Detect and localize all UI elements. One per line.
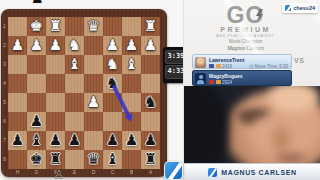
- clock-icon: ◷: [249, 63, 253, 69]
- player-rating: 2924: [222, 80, 232, 85]
- piece-white-queen: ♛: [84, 17, 103, 36]
- caption-bar: MAGNUS CARLSEN: [184, 163, 320, 180]
- world-champion-label: World Champion: [184, 39, 307, 44]
- piece-black-knight: ♞: [103, 74, 122, 93]
- square-f2[interactable]: ♟: [46, 36, 65, 55]
- vs-label: VS: [294, 57, 304, 64]
- file-label-h: H: [8, 169, 27, 177]
- webcam-eye: [242, 118, 255, 123]
- piece-white-pawn: ♟: [103, 36, 122, 55]
- ghost-pawn-icon: ♙: [53, 167, 65, 180]
- piece-black-rook: ♜: [141, 150, 160, 169]
- square-c3[interactable]: ♞: [103, 55, 122, 74]
- piece-white-bishop: ♝: [122, 55, 141, 74]
- flag-icon-uk: [209, 64, 214, 68]
- webcam-caption-name: MAGNUS CARLSEN: [221, 169, 296, 176]
- piece-black-pawn: ♟: [8, 131, 27, 150]
- square-e2[interactable]: ♞: [65, 36, 84, 55]
- avatar-lawrence-trent: [195, 57, 206, 68]
- square-a8[interactable]: ♜: [141, 150, 160, 169]
- right-panel: GO PREMIUM AND PLAY LIVE AGAINST World C…: [183, 0, 320, 180]
- stream-screen: ♟ ♚♜♛♜♟♟♟♞♟♟♟♝♞♝♞♟♞♟♟♝♟♟♟♟♟♚♜♛♝♜ 1234567…: [0, 0, 320, 180]
- square-f1[interactable]: ♜: [46, 17, 65, 36]
- banner-tagline: AND PLAY LIVE AGAINST: [184, 34, 307, 38]
- square-g4[interactable]: [27, 74, 46, 93]
- piece-black-pawn: ♟: [103, 131, 122, 150]
- piece-white-pawn: ♟: [8, 36, 27, 55]
- square-c6[interactable]: [103, 112, 122, 131]
- webcam-mouth: [276, 154, 306, 162]
- piece-white-pawn: ♟: [141, 36, 160, 55]
- player-row-magzybogues[interactable]: MagzyBogues 2924: [192, 70, 292, 86]
- file-label-g: G: [27, 169, 46, 177]
- file-label-c: C: [103, 169, 122, 177]
- piece-white-pawn: ♟: [46, 36, 65, 55]
- square-a6[interactable]: [141, 112, 160, 131]
- square-h1[interactable]: [8, 17, 27, 36]
- square-a4[interactable]: [141, 74, 160, 93]
- square-f5[interactable]: [46, 93, 65, 112]
- square-e4[interactable]: [65, 74, 84, 93]
- chess24-flash-button[interactable]: [164, 161, 183, 180]
- square-a1[interactable]: ♜: [141, 17, 160, 36]
- square-d5[interactable]: ♟: [84, 93, 103, 112]
- piece-white-bishop: ♝: [65, 55, 84, 74]
- file-label-d: D: [84, 169, 103, 177]
- square-e5[interactable]: [65, 93, 84, 112]
- piece-black-pawn: ♟: [65, 131, 84, 150]
- square-f7[interactable]: ♟: [46, 131, 65, 150]
- square-g5[interactable]: [27, 93, 46, 112]
- square-e1[interactable]: [65, 17, 84, 36]
- webcam-nose: [272, 126, 290, 152]
- piece-black-pawn: ♟: [27, 112, 46, 131]
- square-c5[interactable]: [103, 93, 122, 112]
- square-h2[interactable]: ♟: [8, 36, 27, 55]
- square-a7[interactable]: ♟: [141, 131, 160, 150]
- square-e7[interactable]: ♟: [65, 131, 84, 150]
- square-b8[interactable]: [122, 150, 141, 169]
- square-e8[interactable]: [65, 150, 84, 169]
- avatar-magzybogues: [195, 73, 206, 84]
- square-f3[interactable]: [46, 55, 65, 74]
- move-time: ◷ Move Time: 0:30: [249, 63, 288, 69]
- piece-black-bishop: ♝: [27, 131, 46, 150]
- move-time-text: Move Time: 0:30: [255, 64, 288, 69]
- piece-white-knight: ♞: [65, 36, 84, 55]
- magnus-carlsen-signature: Magnus Carlsen: [184, 45, 307, 51]
- piece-black-pawn: ♟: [141, 131, 160, 150]
- clipped-pawn-top-icon: ♟: [31, 0, 44, 6]
- square-c1[interactable]: [103, 17, 122, 36]
- chess24-logo-icon: [208, 168, 217, 177]
- file-label-a: A: [141, 169, 160, 177]
- rank-label-6: 6: [1, 112, 8, 131]
- square-e3[interactable]: ♝: [65, 55, 84, 74]
- player-name: MagzyBogues: [209, 73, 243, 79]
- square-f4[interactable]: [46, 74, 65, 93]
- lightning-bolt-icon: [255, 9, 264, 21]
- square-h5[interactable]: [8, 93, 27, 112]
- rank-label-8: 8: [1, 150, 8, 169]
- square-d1[interactable]: ♛: [84, 17, 103, 36]
- square-b4[interactable]: [122, 74, 141, 93]
- piece-white-king: ♚: [27, 17, 46, 36]
- square-d7[interactable]: [84, 131, 103, 150]
- square-c2[interactable]: ♟: [103, 36, 122, 55]
- square-d3[interactable]: [84, 55, 103, 74]
- square-f6[interactable]: [46, 112, 65, 131]
- piece-black-queen: ♛: [84, 150, 103, 169]
- piece-white-rook: ♜: [46, 17, 65, 36]
- piece-white-rook: ♜: [141, 17, 160, 36]
- piece-black-pawn: ♟: [46, 131, 65, 150]
- square-h7[interactable]: ♟: [8, 131, 27, 150]
- piece-black-king: ♚: [27, 150, 46, 169]
- square-b1[interactable]: [122, 17, 141, 36]
- square-g1[interactable]: ♚: [27, 17, 46, 36]
- rank-label-4: 4: [1, 74, 8, 93]
- piece-white-pawn: ♟: [84, 93, 103, 112]
- square-d4[interactable]: [84, 74, 103, 93]
- square-a2[interactable]: ♟: [141, 36, 160, 55]
- player-meta: 2924: [209, 80, 232, 85]
- player-rating: 2419: [222, 64, 232, 69]
- square-g7[interactable]: ♝: [27, 131, 46, 150]
- magnus-webcam: [184, 86, 320, 163]
- file-label-e: E: [65, 169, 84, 177]
- square-a3[interactable]: [141, 55, 160, 74]
- square-c8[interactable]: ♝: [103, 150, 122, 169]
- chess24-brand-text: chess24: [293, 5, 315, 11]
- chess24-brand-pill[interactable]: chess24: [282, 3, 318, 13]
- piece-white-pawn: ♟: [122, 36, 141, 55]
- chess-board: ♚♜♛♜♟♟♟♞♟♟♟♝♞♝♞♟♞♟♟♝♟♟♟♟♟♚♜♛♝♜ 12345678 …: [1, 9, 167, 177]
- webcam-shadow: [184, 86, 229, 163]
- square-g8[interactable]: ♚: [27, 150, 46, 169]
- player-name: LawrenceTrent: [209, 57, 244, 63]
- square-h4[interactable]: [8, 74, 27, 93]
- square-b2[interactable]: ♟: [122, 36, 141, 55]
- square-e6[interactable]: [65, 112, 84, 131]
- rank-label-5: 5: [1, 93, 8, 112]
- square-h3[interactable]: [8, 55, 27, 74]
- square-b5[interactable]: [122, 93, 141, 112]
- square-h8[interactable]: [8, 150, 27, 169]
- rank-label-1: 1: [1, 17, 8, 36]
- premium-badge-icon: [216, 80, 221, 84]
- square-a5[interactable]: ♞: [141, 93, 160, 112]
- board-grid: ♚♜♛♜♟♟♟♞♟♟♟♝♞♝♞♟♞♟♟♝♟♟♟♟♟♚♜♛♝♜: [8, 17, 160, 169]
- chess24-logo-icon: [285, 5, 291, 11]
- square-c4[interactable]: ♞: [103, 74, 122, 93]
- square-b7[interactable]: ♟: [122, 131, 141, 150]
- premium-badge-icon: [216, 64, 221, 68]
- piece-black-bishop: ♝: [103, 150, 122, 169]
- rank-label-7: 7: [1, 131, 8, 150]
- player-meta: 2419: [209, 64, 232, 69]
- square-b3[interactable]: ♝: [122, 55, 141, 74]
- square-g2[interactable]: ♟: [27, 36, 46, 55]
- square-g6[interactable]: ♟: [27, 112, 46, 131]
- piece-white-knight: ♞: [103, 55, 122, 74]
- flag-icon-norway: [209, 80, 214, 84]
- rank-label-3: 3: [1, 55, 8, 74]
- piece-black-knight: ♞: [141, 93, 160, 112]
- square-b6[interactable]: [122, 112, 141, 131]
- player-row-lawrence-trent[interactable]: LawrenceTrent 2419 ◷ Move Time: 0:30: [192, 54, 292, 69]
- file-label-b: B: [122, 169, 141, 177]
- square-d2[interactable]: [84, 36, 103, 55]
- square-g3[interactable]: [27, 55, 46, 74]
- piece-white-pawn: ♟: [27, 36, 46, 55]
- square-d6[interactable]: [84, 112, 103, 131]
- square-c7[interactable]: ♟: [103, 131, 122, 150]
- square-h6[interactable]: [8, 112, 27, 131]
- rank-label-2: 2: [1, 36, 8, 55]
- square-d8[interactable]: ♛: [84, 150, 103, 169]
- piece-black-pawn: ♟: [122, 131, 141, 150]
